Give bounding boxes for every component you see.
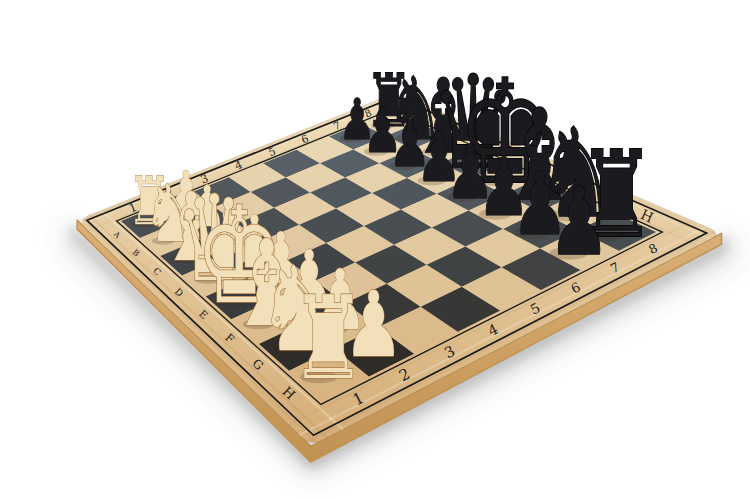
chess-board-scene: AABBCCDDEEFFGGHH1122334455667788♜♞♟♝♟♛♟♟… <box>0 0 750 499</box>
board-svg: AABBCCDDEEFFGGHH1122334455667788♜♞♟♝♟♛♟♟… <box>0 0 750 499</box>
black-pawn-h7[interactable]: ♟ <box>548 167 610 276</box>
white-rook-h1[interactable]: ♜ <box>290 271 366 405</box>
product-photo: AABBCCDDEEFFGGHH1122334455667788♜♞♟♝♟♛♟♟… <box>0 0 750 499</box>
